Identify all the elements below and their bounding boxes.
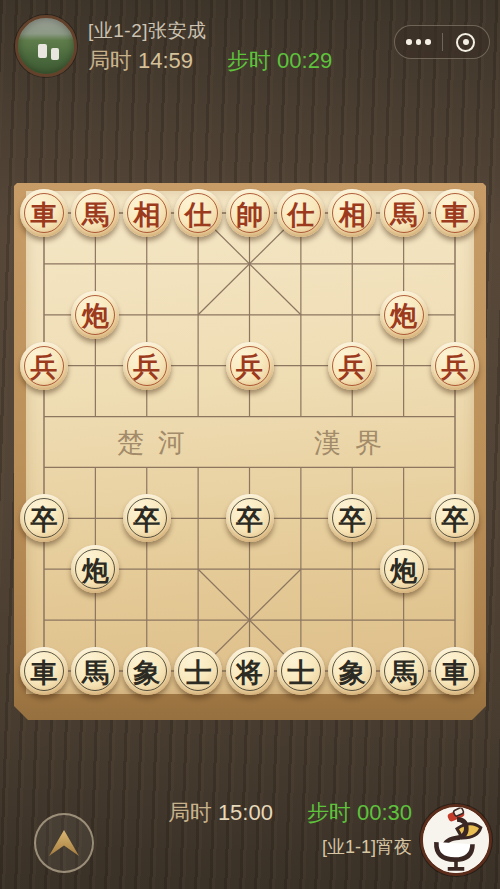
bottom-player-timers: 局时15:00步时00:30 <box>168 798 412 828</box>
piece-black-horse[interactable]: 馬 <box>380 647 428 695</box>
piece-black-advisor[interactable]: 士 <box>174 647 222 695</box>
piece-red-horse[interactable]: 馬 <box>380 189 428 237</box>
chevron-up-icon <box>49 830 79 856</box>
more-menu-button[interactable] <box>395 26 442 58</box>
pelican-avatar-graphic <box>423 807 489 873</box>
piece-red-chariot[interactable]: 車 <box>431 189 479 237</box>
bottom-game-time: 15:00 <box>218 800 273 825</box>
piece-black-soldier[interactable]: 卒 <box>123 494 171 542</box>
piece-red-advisor[interactable]: 仕 <box>174 189 222 237</box>
piece-black-cannon[interactable]: 炮 <box>380 545 428 593</box>
piece-red-cannon[interactable]: 炮 <box>380 291 428 339</box>
bottom-step-time-label: 步时 <box>307 800 351 825</box>
piece-black-general[interactable]: 将 <box>226 647 274 695</box>
piece-black-soldier[interactable]: 卒 <box>431 494 479 542</box>
bottom-game-time-label: 局时 <box>168 800 212 825</box>
piece-black-chariot[interactable]: 車 <box>20 647 68 695</box>
piece-red-chariot[interactable]: 車 <box>20 189 68 237</box>
piece-red-elephant[interactable]: 相 <box>328 189 376 237</box>
menu-dots-icon <box>425 39 431 45</box>
river-text-right: 漢界 <box>300 425 396 461</box>
bottom-player-info: 局时15:00步时00:30 [业1-1]宵夜 <box>168 798 412 859</box>
top-step-time-label: 步时 <box>227 48 271 73</box>
piece-red-soldier[interactable]: 兵 <box>226 342 274 390</box>
river-text-left: 楚河 <box>103 425 199 461</box>
piece-red-soldier[interactable]: 兵 <box>431 342 479 390</box>
piece-black-advisor[interactable]: 士 <box>277 647 325 695</box>
top-step-time: 00:29 <box>277 48 332 73</box>
bottom-player-avatar[interactable] <box>420 804 492 876</box>
piece-red-soldier[interactable]: 兵 <box>20 342 68 390</box>
piece-black-soldier[interactable]: 卒 <box>226 494 274 542</box>
piece-red-elephant[interactable]: 相 <box>123 189 171 237</box>
piece-black-elephant[interactable]: 象 <box>123 647 171 695</box>
xiangqi-board[interactable]: 楚河 漢界 車馬相仕帥仕相馬車炮炮兵兵兵兵兵卒卒卒卒卒炮炮車馬象士将士象馬車 <box>14 183 486 720</box>
bottom-step-time: 00:30 <box>357 800 412 825</box>
target-icon <box>456 33 475 52</box>
piece-red-advisor[interactable]: 仕 <box>277 189 325 237</box>
top-game-time-label: 局时 <box>88 48 132 73</box>
collapse-panel-button[interactable] <box>34 813 94 873</box>
miniprogram-capsule <box>394 25 490 59</box>
piece-black-chariot[interactable]: 車 <box>431 647 479 695</box>
menu-dots-icon <box>406 39 412 45</box>
piece-red-cannon[interactable]: 炮 <box>71 291 119 339</box>
xiangqi-game-screen: [业1-2]张安成 局时14:59步时00:29 楚河 漢界 車馬相仕帥仕相馬車… <box>0 0 500 889</box>
close-circle-button[interactable] <box>443 26 490 58</box>
bottom-player-name: [业1-1]宵夜 <box>168 835 412 859</box>
piece-black-elephant[interactable]: 象 <box>328 647 376 695</box>
top-game-time: 14:59 <box>138 48 193 73</box>
piece-red-general[interactable]: 帥 <box>226 189 274 237</box>
top-player-name: [业1-2]张安成 <box>88 18 207 44</box>
piece-red-soldier[interactable]: 兵 <box>123 342 171 390</box>
top-player-timers: 局时14:59步时00:29 <box>88 46 332 76</box>
piece-black-soldier[interactable]: 卒 <box>20 494 68 542</box>
top-player-avatar[interactable] <box>15 15 77 77</box>
board-grid <box>14 183 486 720</box>
piece-red-soldier[interactable]: 兵 <box>328 342 376 390</box>
menu-dots-icon <box>416 39 422 45</box>
